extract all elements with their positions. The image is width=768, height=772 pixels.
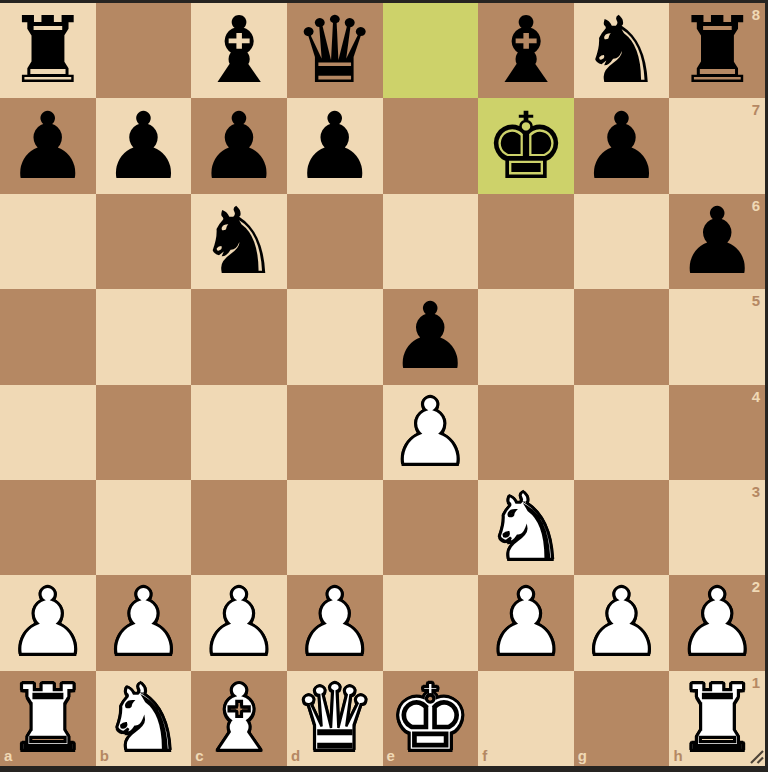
rank-label-5: 5 [752, 293, 760, 308]
piece-black-knight[interactable]: ♞ [198, 194, 280, 289]
square-f4[interactable] [478, 385, 574, 480]
piece-white-pawn[interactable]: ♟ [293, 575, 375, 670]
file-label-f: f [482, 748, 487, 763]
file-label-e: e [387, 748, 395, 763]
piece-white-pawn[interactable]: ♟ [7, 575, 89, 670]
square-e3[interactable] [383, 480, 479, 575]
piece-white-pawn[interactable]: ♟ [389, 385, 471, 480]
piece-black-king[interactable]: ♚ [485, 99, 567, 194]
file-label-a: a [4, 748, 12, 763]
file-label-c: c [195, 748, 203, 763]
square-h3[interactable]: 3 [669, 480, 765, 575]
square-d2[interactable]: ♟ [287, 575, 383, 670]
square-b5[interactable] [96, 289, 192, 384]
piece-black-pawn[interactable]: ♟ [580, 99, 662, 194]
square-a4[interactable] [0, 385, 96, 480]
square-c4[interactable] [191, 385, 287, 480]
square-c6[interactable]: ♞ [191, 194, 287, 289]
square-g1[interactable]: g [574, 671, 670, 766]
piece-white-queen[interactable]: ♛ [293, 671, 375, 766]
rank-label-7: 7 [752, 102, 760, 117]
square-b4[interactable] [96, 385, 192, 480]
square-g6[interactable] [574, 194, 670, 289]
rank-label-8: 8 [752, 7, 760, 22]
square-a3[interactable] [0, 480, 96, 575]
piece-black-pawn[interactable]: ♟ [293, 99, 375, 194]
square-b3[interactable] [96, 480, 192, 575]
square-f1[interactable]: f [478, 671, 574, 766]
square-d6[interactable] [287, 194, 383, 289]
piece-black-queen[interactable]: ♛ [293, 3, 375, 98]
square-b6[interactable] [96, 194, 192, 289]
piece-white-pawn[interactable]: ♟ [102, 575, 184, 670]
square-f7[interactable]: ♚ [478, 98, 574, 193]
file-label-d: d [291, 748, 300, 763]
square-b8[interactable] [96, 3, 192, 98]
square-a6[interactable] [0, 194, 96, 289]
square-a1[interactable]: ♜a [0, 671, 96, 766]
file-label-g: g [578, 748, 587, 763]
square-e2[interactable] [383, 575, 479, 670]
square-f5[interactable] [478, 289, 574, 384]
piece-black-knight[interactable]: ♞ [580, 3, 662, 98]
piece-white-knight[interactable]: ♞ [485, 480, 567, 575]
rank-label-4: 4 [752, 389, 760, 404]
piece-white-king[interactable]: ♚ [389, 671, 471, 766]
square-c7[interactable]: ♟ [191, 98, 287, 193]
file-label-b: b [100, 748, 109, 763]
piece-white-pawn[interactable]: ♟ [580, 575, 662, 670]
square-d3[interactable] [287, 480, 383, 575]
square-b2[interactable]: ♟ [96, 575, 192, 670]
piece-white-bishop[interactable]: ♝ [198, 671, 280, 766]
square-a7[interactable]: ♟ [0, 98, 96, 193]
piece-white-pawn[interactable]: ♟ [676, 575, 758, 670]
square-e5[interactable]: ♟ [383, 289, 479, 384]
rank-label-1: 1 [752, 675, 760, 690]
square-f8[interactable]: ♝ [478, 3, 574, 98]
rank-label-3: 3 [752, 484, 760, 499]
square-h7[interactable]: 7 [669, 98, 765, 193]
piece-black-pawn[interactable]: ♟ [7, 99, 89, 194]
square-a2[interactable]: ♟ [0, 575, 96, 670]
square-e6[interactable] [383, 194, 479, 289]
piece-white-rook[interactable]: ♜ [676, 671, 758, 766]
piece-black-rook[interactable]: ♜ [676, 3, 758, 98]
rank-label-2: 2 [752, 579, 760, 594]
piece-black-pawn[interactable]: ♟ [389, 289, 471, 384]
square-d1[interactable]: ♛d [287, 671, 383, 766]
piece-black-rook[interactable]: ♜ [7, 3, 89, 98]
square-e1[interactable]: ♚e [383, 671, 479, 766]
piece-white-pawn[interactable]: ♟ [485, 575, 567, 670]
square-f2[interactable]: ♟ [478, 575, 574, 670]
square-d7[interactable]: ♟ [287, 98, 383, 193]
board-resize-handle[interactable] [748, 748, 764, 764]
square-e8[interactable] [383, 3, 479, 98]
square-c1[interactable]: ♝c [191, 671, 287, 766]
piece-black-pawn[interactable]: ♟ [676, 194, 758, 289]
square-f3[interactable]: ♞ [478, 480, 574, 575]
square-d8[interactable]: ♛ [287, 3, 383, 98]
square-h5[interactable]: 5 [669, 289, 765, 384]
square-h4[interactable]: 4 [669, 385, 765, 480]
square-c8[interactable]: ♝ [191, 3, 287, 98]
square-g2[interactable]: ♟ [574, 575, 670, 670]
square-c2[interactable]: ♟ [191, 575, 287, 670]
square-g7[interactable]: ♟ [574, 98, 670, 193]
square-b1[interactable]: ♞b [96, 671, 192, 766]
square-e4[interactable]: ♟ [383, 385, 479, 480]
chess-board[interactable]: ♜♝♛♝♞♜8♟♟♟♟♚♟7♞♟6♟5♟4♞3♟♟♟♟♟♟♟2♜a♞b♝c♛d♚… [0, 3, 765, 766]
square-g8[interactable]: ♞ [574, 3, 670, 98]
square-d4[interactable] [287, 385, 383, 480]
square-f6[interactable] [478, 194, 574, 289]
square-a5[interactable] [0, 289, 96, 384]
square-g5[interactable] [574, 289, 670, 384]
piece-white-knight[interactable]: ♞ [102, 671, 184, 766]
piece-white-pawn[interactable]: ♟ [198, 575, 280, 670]
square-c3[interactable] [191, 480, 287, 575]
square-a8[interactable]: ♜ [0, 3, 96, 98]
square-g4[interactable] [574, 385, 670, 480]
square-h2[interactable]: ♟2 [669, 575, 765, 670]
square-g3[interactable] [574, 480, 670, 575]
rank-label-6: 6 [752, 198, 760, 213]
square-d5[interactable] [287, 289, 383, 384]
square-c5[interactable] [191, 289, 287, 384]
piece-black-pawn[interactable]: ♟ [102, 99, 184, 194]
square-h6[interactable]: ♟6 [669, 194, 765, 289]
square-h8[interactable]: ♜8 [669, 3, 765, 98]
piece-black-bishop[interactable]: ♝ [485, 3, 567, 98]
square-b7[interactable]: ♟ [96, 98, 192, 193]
piece-black-pawn[interactable]: ♟ [198, 99, 280, 194]
file-label-h: h [673, 748, 682, 763]
piece-white-rook[interactable]: ♜ [7, 671, 89, 766]
square-e7[interactable] [383, 98, 479, 193]
piece-black-bishop[interactable]: ♝ [198, 3, 280, 98]
